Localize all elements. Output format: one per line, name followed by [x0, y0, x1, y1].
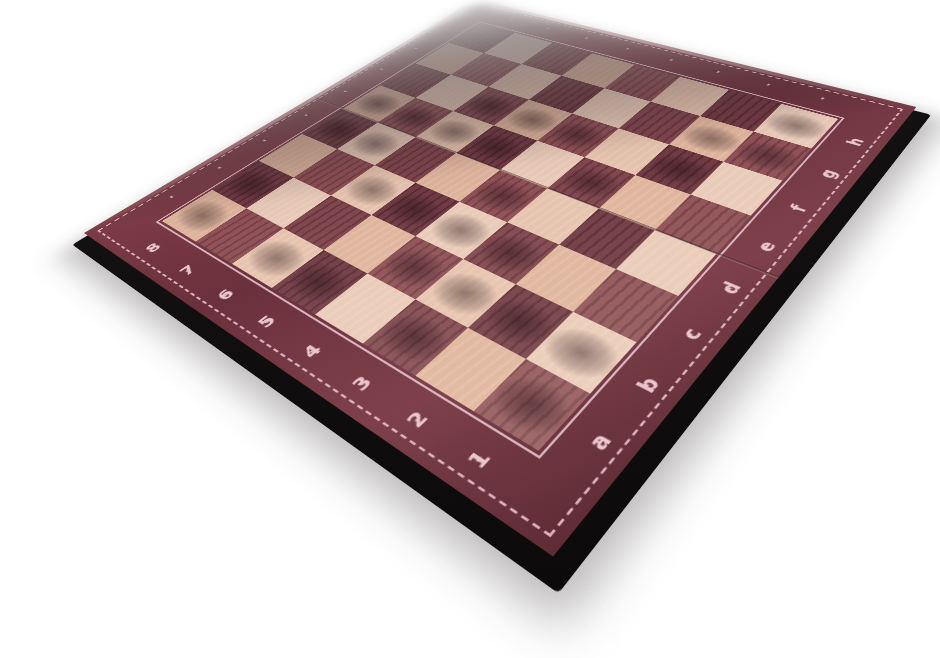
scene-3d: 1 2 3 4 5 6 7 8 a b c d e f g h: [0, 0, 940, 658]
product-photo-stage: 1 2 3 4 5 6 7 8 a b c d e f g h: [0, 0, 940, 658]
piece-glyph: ♜: [491, 315, 574, 407]
chess-board: 1 2 3 4 5 6 7 8 a b c d e f g h: [84, 0, 916, 557]
piece-glyph: ♟: [653, 112, 707, 172]
piece-glyph: ♟: [565, 126, 619, 186]
piece-glyph: ♛: [275, 186, 364, 285]
piece-glyph: ♝: [375, 250, 456, 340]
piece-glyph: ♟: [741, 99, 795, 159]
piece-glyph: ♜: [174, 151, 234, 218]
